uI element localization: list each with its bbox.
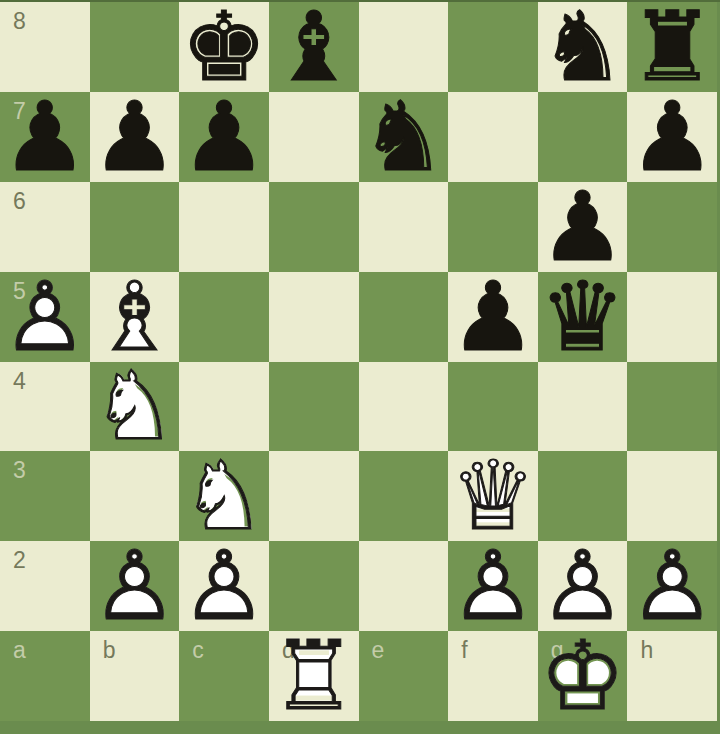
black-pawn-glyph: ♟ — [91, 89, 177, 185]
square-f2[interactable]: ♟♙ — [448, 541, 538, 631]
square-c2[interactable]: ♟♙ — [179, 541, 269, 631]
black-knight-glyph: ♞ — [360, 89, 446, 185]
black-bishop-glyph: ♝ — [271, 0, 357, 95]
square-h1[interactable]: h — [627, 631, 717, 721]
square-g4[interactable] — [538, 362, 628, 452]
piece-white-pawn-icon[interactable]: ♟♙ — [90, 541, 180, 631]
square-d4[interactable] — [269, 362, 359, 452]
piece-white-knight-icon[interactable]: ♞♘ — [90, 362, 180, 452]
square-c4[interactable] — [179, 362, 269, 452]
square-c8[interactable]: ♚ — [179, 2, 269, 92]
black-pawn-glyph: ♟ — [629, 89, 715, 185]
square-g5[interactable]: ♛ — [538, 272, 628, 362]
square-c5[interactable] — [179, 272, 269, 362]
square-e7[interactable]: ♞ — [359, 92, 449, 182]
white-pawn-outline: ♙ — [181, 538, 267, 634]
file-label-f: f — [461, 639, 467, 662]
black-knight-glyph: ♞ — [540, 0, 626, 95]
square-f7[interactable] — [448, 92, 538, 182]
file-label-c: c — [192, 639, 204, 662]
square-f8[interactable] — [448, 2, 538, 92]
square-b1[interactable]: b — [90, 631, 180, 721]
square-a6[interactable]: 6 — [0, 182, 90, 272]
square-f3[interactable]: ♛♕ — [448, 451, 538, 541]
square-f6[interactable] — [448, 182, 538, 272]
piece-white-pawn-icon[interactable]: ♟♙ — [627, 541, 717, 631]
square-h5[interactable] — [627, 272, 717, 362]
square-f1[interactable]: f — [448, 631, 538, 721]
square-h6[interactable] — [627, 182, 717, 272]
piece-black-knight-icon[interactable]: ♞ — [538, 2, 628, 92]
square-h2[interactable]: ♟♙ — [627, 541, 717, 631]
white-knight-outline: ♘ — [91, 358, 177, 454]
square-a5[interactable]: 5♟♙ — [0, 272, 90, 362]
square-h7[interactable]: ♟ — [627, 92, 717, 182]
square-e2[interactable] — [359, 541, 449, 631]
square-a8[interactable]: 8 — [0, 2, 90, 92]
file-label-h: h — [640, 639, 653, 662]
square-c3[interactable]: ♞♘ — [179, 451, 269, 541]
square-a1[interactable]: a — [0, 631, 90, 721]
rank-label-2: 2 — [13, 549, 26, 572]
square-c7[interactable]: ♟ — [179, 92, 269, 182]
piece-black-king-icon[interactable]: ♚ — [179, 2, 269, 92]
file-label-a: a — [13, 639, 26, 662]
square-b4[interactable]: ♞♘ — [90, 362, 180, 452]
black-queen-glyph: ♛ — [540, 269, 626, 365]
square-e1[interactable]: e — [359, 631, 449, 721]
square-a4[interactable]: 4 — [0, 362, 90, 452]
piece-black-pawn-icon[interactable]: ♟ — [90, 92, 180, 182]
square-c1[interactable]: c — [179, 631, 269, 721]
square-d2[interactable] — [269, 541, 359, 631]
piece-white-pawn-icon[interactable]: ♟♙ — [0, 272, 90, 362]
square-h4[interactable] — [627, 362, 717, 452]
piece-black-bishop-icon[interactable]: ♝ — [269, 2, 359, 92]
chess-board: 8♚♝♞♜7♟♟♟♞♟6♟5♟♙♝♗♟♛4♞♘3♞♘♛♕2♟♙♟♙♟♙♟♙♟♙a… — [0, 2, 717, 721]
square-c6[interactable] — [179, 182, 269, 272]
square-g3[interactable] — [538, 451, 628, 541]
square-e3[interactable] — [359, 451, 449, 541]
black-pawn-glyph: ♟ — [2, 89, 88, 185]
piece-black-pawn-icon[interactable]: ♟ — [179, 92, 269, 182]
square-b2[interactable]: ♟♙ — [90, 541, 180, 631]
square-b7[interactable]: ♟ — [90, 92, 180, 182]
piece-black-pawn-icon[interactable]: ♟ — [627, 92, 717, 182]
square-d6[interactable] — [269, 182, 359, 272]
piece-black-pawn-icon[interactable]: ♟ — [538, 182, 628, 272]
rank-label-3: 3 — [13, 459, 26, 482]
square-g8[interactable]: ♞ — [538, 2, 628, 92]
white-king-outline: ♔ — [540, 628, 626, 724]
square-e6[interactable] — [359, 182, 449, 272]
file-label-e: e — [372, 639, 385, 662]
square-d7[interactable] — [269, 92, 359, 182]
black-pawn-glyph: ♟ — [450, 269, 536, 365]
white-pawn-outline: ♙ — [450, 538, 536, 634]
square-e8[interactable] — [359, 2, 449, 92]
square-b5[interactable]: ♝♗ — [90, 272, 180, 362]
piece-black-knight-icon[interactable]: ♞ — [359, 92, 449, 182]
square-h3[interactable] — [627, 451, 717, 541]
square-a3[interactable]: 3 — [0, 451, 90, 541]
square-f5[interactable]: ♟ — [448, 272, 538, 362]
piece-white-pawn-icon[interactable]: ♟♙ — [538, 541, 628, 631]
white-pawn-outline: ♙ — [629, 538, 715, 634]
rank-label-6: 6 — [13, 190, 26, 213]
square-a7[interactable]: 7♟ — [0, 92, 90, 182]
piece-white-knight-icon[interactable]: ♞♘ — [179, 451, 269, 541]
piece-white-rook-icon[interactable]: ♜♖ — [269, 631, 359, 721]
square-b3[interactable] — [90, 451, 180, 541]
square-d5[interactable] — [269, 272, 359, 362]
square-d8[interactable]: ♝ — [269, 2, 359, 92]
square-g6[interactable]: ♟ — [538, 182, 628, 272]
rank-label-4: 4 — [13, 370, 26, 393]
piece-black-rook-icon[interactable]: ♜ — [627, 2, 717, 92]
rank-label-8: 8 — [13, 10, 26, 33]
piece-white-pawn-icon[interactable]: ♟♙ — [179, 541, 269, 631]
square-f4[interactable] — [448, 362, 538, 452]
square-b8[interactable] — [90, 2, 180, 92]
piece-black-pawn-icon[interactable]: ♟ — [448, 272, 538, 362]
piece-white-bishop-icon[interactable]: ♝♗ — [90, 272, 180, 362]
square-g1[interactable]: g♚♔ — [538, 631, 628, 721]
file-label-b: b — [103, 639, 116, 662]
square-b6[interactable] — [90, 182, 180, 272]
square-e4[interactable] — [359, 362, 449, 452]
white-rook-outline: ♖ — [271, 628, 357, 724]
square-d1[interactable]: d♜♖ — [269, 631, 359, 721]
square-g7[interactable] — [538, 92, 628, 182]
piece-black-pawn-icon[interactable]: ♟ — [0, 92, 90, 182]
piece-black-queen-icon[interactable]: ♛ — [538, 272, 628, 362]
square-e5[interactable] — [359, 272, 449, 362]
white-pawn-outline: ♙ — [91, 538, 177, 634]
piece-white-queen-icon[interactable]: ♛♕ — [448, 451, 538, 541]
white-pawn-outline: ♙ — [2, 269, 88, 365]
square-a2[interactable]: 2 — [0, 541, 90, 631]
square-d3[interactable] — [269, 451, 359, 541]
piece-white-king-icon[interactable]: ♚♔ — [538, 631, 628, 721]
square-g2[interactable]: ♟♙ — [538, 541, 628, 631]
black-pawn-glyph: ♟ — [181, 89, 267, 185]
square-h8[interactable]: ♜ — [627, 2, 717, 92]
piece-white-pawn-icon[interactable]: ♟♙ — [448, 541, 538, 631]
